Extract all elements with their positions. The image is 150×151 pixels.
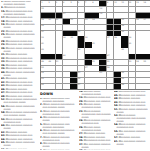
cell-number: 63 <box>41 77 44 79</box>
grid-cell[interactable] <box>143 78 150 83</box>
grid-cell[interactable] <box>114 7 121 12</box>
cell-number: 3 <box>56 1 57 3</box>
black-cell <box>70 84 77 89</box>
clue-number: 65. <box>1 141 5 144</box>
grid-cell[interactable]: 46 <box>63 54 70 59</box>
clue-number: 40. <box>1 71 5 74</box>
cell-number: 4 <box>63 1 64 3</box>
cell-number: 30 <box>41 30 44 32</box>
cell-number: 25 <box>122 18 125 20</box>
grid-cell[interactable]: 12 <box>129 1 136 6</box>
grid-cell[interactable]: 17 <box>63 13 70 18</box>
grid-cell[interactable] <box>92 66 99 71</box>
grid-cell[interactable]: 54 <box>136 60 143 65</box>
cell-number: 32 <box>122 30 125 32</box>
cell-number: 48 <box>41 60 44 62</box>
crossword-grid[interactable]: 1234567891011121314151617181920212223242… <box>40 0 150 90</box>
cell-number: 6 <box>78 1 79 3</box>
cell-number: 64 <box>78 77 81 79</box>
grid-cell[interactable] <box>78 19 85 24</box>
cell-number: 46 <box>63 54 66 56</box>
grid-cell[interactable]: 3 <box>56 1 63 6</box>
cell-number: 38 <box>114 36 117 38</box>
across-clues-column: 1. Mmm mmmmmm mm mmmm mmmmm9. Mmmmm mmmm… <box>1 1 38 149</box>
grid-cell[interactable]: 6 <box>78 1 85 6</box>
grid-cell[interactable]: 13 <box>136 1 143 6</box>
clue-number: 3. <box>40 110 43 113</box>
grid-cell[interactable] <box>48 72 55 77</box>
grid-cell[interactable] <box>56 31 63 36</box>
grid-cell[interactable]: 41 <box>92 42 99 47</box>
cell-number: 26 <box>136 18 139 20</box>
grid-cell[interactable]: 43 <box>41 48 48 53</box>
clue-number: 61. <box>114 140 118 143</box>
clue-number: 56. <box>1 105 5 108</box>
grid-cell[interactable] <box>70 42 77 47</box>
grid-cell[interactable] <box>56 84 63 89</box>
grid-cell[interactable]: 35 <box>70 36 77 41</box>
grid-cell[interactable]: 31 <box>78 31 85 36</box>
clue-number: 52. <box>1 98 5 101</box>
cell-number: 17 <box>63 12 66 14</box>
grid-cell[interactable] <box>136 78 143 83</box>
cell-number: 10 <box>114 1 117 3</box>
grid-cell[interactable] <box>92 78 99 83</box>
grid-cell[interactable] <box>48 36 55 41</box>
grid-cell[interactable] <box>48 84 55 89</box>
down-clues-column-3: 44. Mmmmmm mmm mm45. Mmmmm mm mmmm48. Mm… <box>114 91 149 150</box>
grid-cell[interactable] <box>136 72 143 77</box>
grid-cell[interactable] <box>121 60 128 65</box>
grid-cell[interactable] <box>99 84 106 89</box>
cell-number: 41 <box>92 42 95 44</box>
grid-cell[interactable]: 26 <box>136 19 143 24</box>
clue-number: 60. <box>1 124 5 127</box>
cell-number: 16 <box>100 7 103 9</box>
grid-cell[interactable] <box>85 48 92 53</box>
clue-item: 9. Mmm mmmmmm mm mmmm mmmmm <box>40 150 76 151</box>
black-cell <box>114 72 121 77</box>
grid-cell[interactable] <box>63 78 70 83</box>
clue-number: 58. <box>1 111 5 114</box>
black-cell <box>99 60 106 65</box>
clue-number: 54. <box>114 123 118 126</box>
grid-cell[interactable] <box>136 25 143 30</box>
grid-cell[interactable]: 57 <box>85 66 92 71</box>
grid-cell[interactable] <box>63 60 70 65</box>
grid-cell[interactable]: 53 <box>129 60 136 65</box>
cell-number: 52 <box>107 60 110 62</box>
grid-cell[interactable]: 4 <box>63 1 70 6</box>
cell-number: 54 <box>136 60 139 62</box>
grid-cell[interactable]: 24 <box>92 19 99 24</box>
cell-number: 62 <box>122 71 125 73</box>
cell-number: 67 <box>78 83 81 85</box>
black-cell <box>107 25 114 30</box>
cell-number: 14 <box>143 1 146 3</box>
cell-number: 47 <box>107 54 110 56</box>
cell-number: 65 <box>122 77 125 79</box>
grid-cell[interactable] <box>107 13 114 18</box>
grid-cell[interactable] <box>143 36 150 41</box>
clue-number: 15. <box>1 10 5 13</box>
grid-cell[interactable] <box>48 31 55 36</box>
cell-number: 8 <box>92 1 93 3</box>
cell-number: 2 <box>48 1 49 3</box>
cell-number: 22 <box>70 18 73 20</box>
down-clues-column-1: 1. Mmm mmmmmm mm mmmm mmmmm2. Mmm mmmm m… <box>40 98 76 150</box>
grid-cell[interactable] <box>85 78 92 83</box>
cell-number: 43 <box>41 48 44 50</box>
cell-number: 68 <box>122 83 125 85</box>
grid-cell[interactable] <box>78 7 85 12</box>
black-cell <box>114 19 121 24</box>
cell-number: 37 <box>107 36 110 38</box>
grid-cell[interactable] <box>107 7 114 12</box>
grid-cell[interactable] <box>70 66 77 71</box>
grid-cell[interactable] <box>85 7 92 12</box>
grid-cell[interactable]: 23 <box>85 19 92 24</box>
down-clues-header: DOWN <box>40 92 53 96</box>
grid-cell[interactable] <box>143 84 150 89</box>
grid-cell[interactable] <box>129 7 136 12</box>
grid-cell[interactable] <box>136 31 143 36</box>
cell-number: 45 <box>122 48 125 50</box>
grid-cell[interactable] <box>136 42 143 47</box>
grid-cell[interactable] <box>70 7 77 12</box>
grid-cell[interactable]: 32 <box>121 31 128 36</box>
black-cell <box>70 78 77 83</box>
grid-cell[interactable]: 45 <box>121 48 128 53</box>
black-cell <box>121 36 128 41</box>
cell-number: 27 <box>143 18 146 20</box>
grid-cell[interactable] <box>70 60 77 65</box>
down-clues-column-2: 16. Mmmm mmm mmmmm mmm19. Mmmmmm mmm mm2… <box>79 91 111 150</box>
black-cell <box>107 19 114 24</box>
grid-cell[interactable]: 55 <box>143 60 150 65</box>
grid-cell[interactable] <box>107 42 114 47</box>
grid-cell[interactable] <box>92 25 99 30</box>
cell-number: 66 <box>41 83 44 85</box>
cell-number: 50 <box>56 60 59 62</box>
cell-number: 51 <box>92 60 95 62</box>
grid-cell[interactable] <box>121 7 128 12</box>
clue-number: 38. <box>79 149 83 150</box>
grid-cell[interactable]: 15 <box>41 7 48 12</box>
cell-number: 1 <box>41 1 42 3</box>
grid-cell[interactable]: 18 <box>99 13 106 18</box>
grid-cell[interactable] <box>129 13 136 18</box>
crossword-puzzle-page: { "game": "crossword", "position": { "ro… <box>0 0 150 150</box>
grid-cell[interactable]: 7 <box>85 1 92 6</box>
cell-number: 58 <box>107 66 110 68</box>
cell-number: 55 <box>143 60 146 62</box>
black-cell <box>70 72 77 77</box>
grid-cell[interactable] <box>70 54 77 59</box>
cell-number: 60 <box>78 71 81 73</box>
black-cell <box>63 19 70 24</box>
cell-number: 57 <box>85 66 88 68</box>
cell-number: 29 <box>122 24 125 26</box>
grid-cell[interactable] <box>99 31 106 36</box>
grid-cell[interactable] <box>129 19 136 24</box>
grid-cell[interactable] <box>129 72 136 77</box>
grid-cell[interactable] <box>99 48 106 53</box>
clue-number: 5. <box>40 123 43 126</box>
grid-cell[interactable]: 27 <box>143 19 150 24</box>
grid-cell[interactable]: 68 <box>121 84 128 89</box>
cell-number: 34 <box>63 36 66 38</box>
grid-cell[interactable] <box>99 19 106 24</box>
cell-number: 40 <box>41 42 44 44</box>
grid-cell[interactable] <box>48 7 55 12</box>
grid-cell[interactable] <box>56 78 63 83</box>
clue-number: 55. <box>114 130 118 133</box>
cell-number: 42 <box>129 42 132 44</box>
clue-number: 16. <box>79 91 83 93</box>
grid-cell[interactable]: 44 <box>78 48 85 53</box>
grid-cell[interactable]: 36 <box>85 36 92 41</box>
cell-number: 21 <box>56 18 59 20</box>
grid-cell[interactable] <box>48 48 55 53</box>
cell-number: 11 <box>122 1 125 3</box>
grid-cell[interactable] <box>99 78 106 83</box>
grid-cell[interactable] <box>56 42 63 47</box>
grid-cell[interactable] <box>63 25 70 30</box>
grid-cell[interactable] <box>48 66 55 71</box>
clue-number: 26. <box>79 126 83 129</box>
grid-cell[interactable] <box>129 66 136 71</box>
black-cell <box>114 84 121 89</box>
grid-cell[interactable]: 10 <box>114 1 121 6</box>
cell-number: 61 <box>100 71 103 73</box>
grid-cell[interactable] <box>143 42 150 47</box>
grid-cell[interactable]: 50 <box>56 60 63 65</box>
clue-number: 7. <box>40 136 43 139</box>
grid-cell[interactable]: 67 <box>78 84 85 89</box>
grid-cell[interactable]: 34 <box>63 36 70 41</box>
grid-cell[interactable]: 66 <box>41 84 48 89</box>
cell-number: 44 <box>78 48 81 50</box>
grid-cell[interactable] <box>48 78 55 83</box>
cell-number: 59 <box>41 71 44 73</box>
clue-number: 4. <box>40 116 43 119</box>
cell-number: 19 <box>41 18 44 20</box>
cell-number: 7 <box>85 1 86 3</box>
cell-number: 33 <box>41 36 44 38</box>
grid-cell[interactable] <box>56 36 63 41</box>
grid-cell[interactable] <box>85 25 92 30</box>
cell-number: 5 <box>70 1 71 3</box>
grid-cell[interactable]: 38 <box>114 36 121 41</box>
clue-number: 53. <box>114 114 118 117</box>
cell-number: 18 <box>100 12 103 14</box>
clue-number: 30. <box>1 47 5 50</box>
grid-cell[interactable]: 14 <box>143 1 150 6</box>
grid-cell[interactable] <box>107 84 114 89</box>
cell-number: 13 <box>136 1 139 3</box>
grid-cell[interactable] <box>136 48 143 53</box>
cell-number: 35 <box>70 36 73 38</box>
grid-cell[interactable]: 49 <box>48 60 55 65</box>
grid-cell[interactable] <box>78 60 85 65</box>
clue-number: 59. <box>1 118 5 121</box>
black-cell <box>85 54 92 59</box>
grid-cell[interactable] <box>63 84 70 89</box>
grid-cell[interactable] <box>56 72 63 77</box>
clue-number: 23. <box>79 110 83 113</box>
clue-number: 66. <box>1 148 5 149</box>
grid-cell[interactable]: 22 <box>70 19 77 24</box>
black-cell <box>99 54 106 59</box>
cell-number: 28 <box>41 24 44 26</box>
grid-cell[interactable] <box>107 78 114 83</box>
grid-cell[interactable] <box>143 25 150 30</box>
clue-number: 21. <box>79 103 83 106</box>
grid-cell[interactable] <box>143 66 150 71</box>
clue-number: 6. <box>40 129 43 132</box>
grid-cell[interactable] <box>114 13 121 18</box>
cell-number: 36 <box>85 36 88 38</box>
grid-cell[interactable] <box>136 36 143 41</box>
black-cell <box>78 36 85 41</box>
grid-cell[interactable] <box>107 72 114 77</box>
cell-number: 56 <box>41 66 44 68</box>
grid-cell[interactable]: 20 <box>48 19 55 24</box>
grid-cell[interactable] <box>70 48 77 53</box>
grid-cell[interactable] <box>129 78 136 83</box>
grid-cell[interactable] <box>114 54 121 59</box>
clue-number: 25. <box>1 33 5 36</box>
grid-cell[interactable] <box>129 48 136 53</box>
grid-cell[interactable] <box>136 66 143 71</box>
clue-number: 19. <box>1 23 5 26</box>
grid-cell[interactable] <box>92 31 99 36</box>
grid-cell[interactable] <box>56 48 63 53</box>
grid-cell[interactable] <box>121 54 128 59</box>
grid-cell[interactable] <box>136 84 143 89</box>
grid-cell[interactable]: 21 <box>56 19 63 24</box>
grid-cell[interactable] <box>99 42 106 47</box>
grid-cell[interactable] <box>85 84 92 89</box>
grid-cell[interactable]: 9 <box>107 1 114 6</box>
grid-cell[interactable] <box>78 54 85 59</box>
clue-number: 1. <box>40 98 43 100</box>
grid-cell[interactable] <box>99 25 106 30</box>
clue-number: 1. <box>1 1 4 3</box>
grid-cell[interactable]: 61 <box>99 72 106 77</box>
grid-cell[interactable] <box>63 66 70 71</box>
grid-cell[interactable] <box>63 72 70 77</box>
grid-cell[interactable] <box>114 42 121 47</box>
grid-cell[interactable] <box>129 84 136 89</box>
grid-cell[interactable]: 37 <box>107 36 114 41</box>
grid-cell[interactable] <box>92 48 99 53</box>
grid-cell[interactable] <box>114 60 121 65</box>
grid-cell[interactable] <box>70 25 77 30</box>
grid-cell[interactable]: 58 <box>107 66 114 71</box>
cell-number: 20 <box>48 18 51 20</box>
clue-number: 8. <box>40 142 43 145</box>
clue-number: 2. <box>40 103 43 106</box>
grid-cell[interactable]: 11 <box>121 1 128 6</box>
grid-cell[interactable]: 5 <box>70 1 77 6</box>
cell-number: 23 <box>85 18 88 20</box>
clue-number: 37. <box>79 143 83 146</box>
cell-number: 12 <box>129 1 132 3</box>
black-cell <box>114 78 121 83</box>
grid-cell[interactable] <box>92 7 99 12</box>
clue-number: 24. <box>79 119 83 122</box>
grid-cell[interactable] <box>78 13 85 18</box>
grid-cell[interactable] <box>143 72 150 77</box>
clue-number: 9. <box>40 149 43 151</box>
grid-cell[interactable]: 8 <box>92 1 99 6</box>
grid-cell[interactable] <box>114 48 121 53</box>
grid-cell[interactable] <box>136 7 143 12</box>
cell-number: 15 <box>41 7 44 9</box>
cell-number: 31 <box>78 30 81 32</box>
clue-item: 61. Mm mmmmm mmmm mmm <box>114 141 149 147</box>
grid-cell[interactable] <box>143 31 150 36</box>
grid-cell[interactable] <box>143 48 150 53</box>
cell-number: 49 <box>48 60 51 62</box>
grid-cell[interactable] <box>56 25 63 30</box>
grid-cell[interactable] <box>63 42 70 47</box>
cell-number: 39 <box>129 36 132 38</box>
grid-cell[interactable] <box>56 7 63 12</box>
black-cell <box>114 25 121 30</box>
grid-cell[interactable] <box>85 72 92 77</box>
grid-cell[interactable] <box>99 36 106 41</box>
grid-cell[interactable] <box>48 25 55 30</box>
grid-cell[interactable] <box>114 66 121 71</box>
cell-number: 53 <box>129 60 132 62</box>
grid-cell[interactable]: 2 <box>48 1 55 6</box>
grid-cell[interactable]: 51 <box>92 60 99 65</box>
clue-number: 51. <box>114 108 118 111</box>
grid-cell[interactable]: 42 <box>129 42 136 47</box>
cell-number: 9 <box>107 1 108 3</box>
grid-cell[interactable] <box>92 84 99 89</box>
grid-cell[interactable] <box>143 7 150 12</box>
cell-number: 24 <box>92 18 95 20</box>
grid-cell[interactable] <box>92 72 99 77</box>
black-cell <box>85 42 92 47</box>
grid-cell[interactable] <box>129 25 136 30</box>
grid-cell[interactable] <box>48 42 55 47</box>
grid-cell[interactable] <box>56 66 63 71</box>
